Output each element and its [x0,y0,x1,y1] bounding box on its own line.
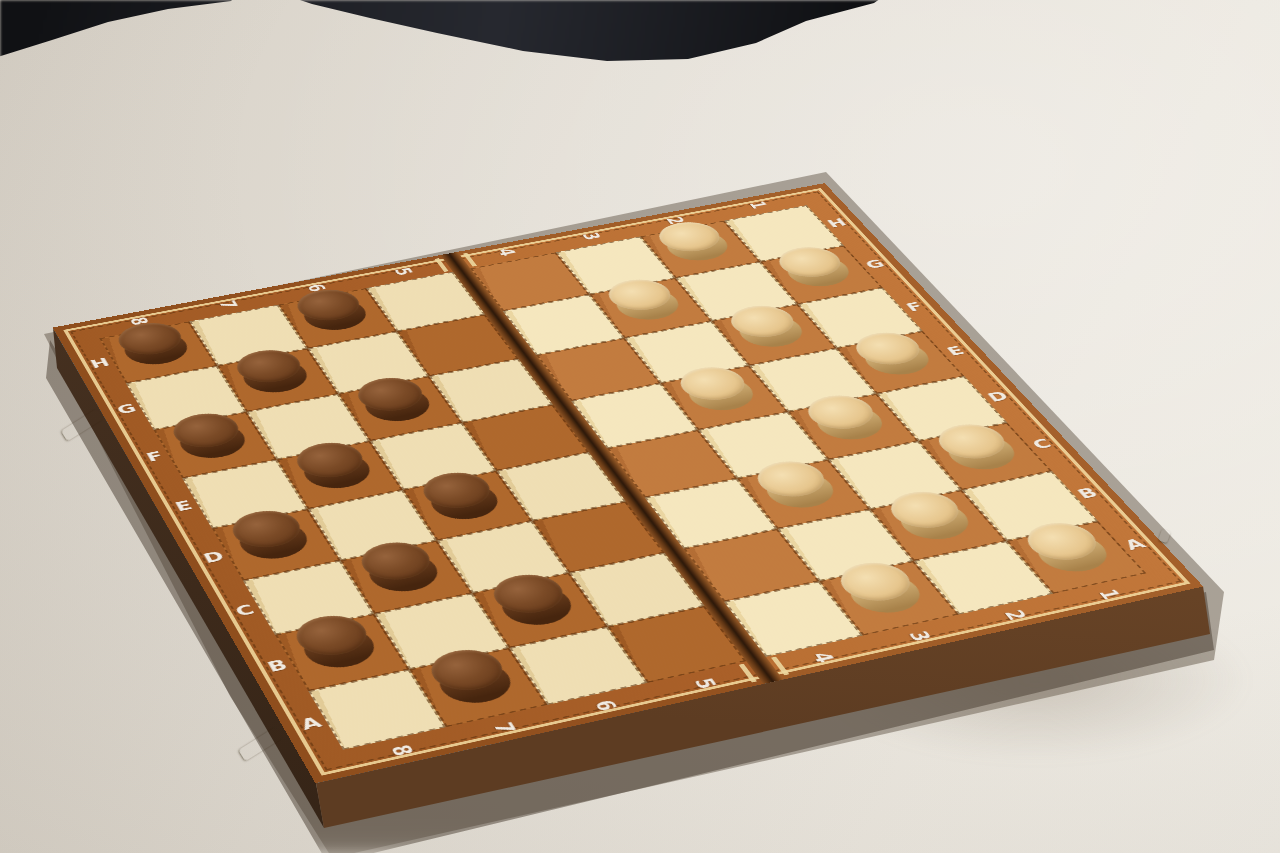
coord-label-left-C: C [232,602,257,620]
coord-label-left-F: F [143,449,165,465]
coord-label-bottom-8: 8 [386,743,419,759]
coord-label-left-A: A [297,714,324,733]
coord-label-bottom-3: 3 [904,629,936,643]
coord-label-bottom-5: 5 [689,676,721,691]
coord-label-right-E: E [943,344,967,358]
coord-label-left-E: E [172,498,195,514]
coord-label-bottom-4: 4 [807,650,839,665]
coord-label-bottom-6: 6 [589,698,622,713]
coord-label-bottom-2: 2 [999,608,1031,622]
coord-label-left-H: H [87,356,111,371]
coord-label-top-1: 1 [745,200,772,210]
coord-label-bottom-1: 1 [1094,587,1126,601]
coord-label-top-3: 3 [578,231,605,242]
coord-label-bottom-7: 7 [488,720,521,735]
coord-label-top-5: 5 [390,266,417,277]
coord-label-top-7: 7 [215,299,243,310]
photo-stage: HHGGFFEEDDCCBBAA8877665544332211 [0,0,1280,853]
coord-label-left-D: D [200,548,227,565]
coord-label-top-4: 4 [493,247,520,258]
coord-label-left-G: G [114,401,139,417]
coord-label-right-F: F [903,300,927,314]
coord-label-left-B: B [264,656,290,674]
